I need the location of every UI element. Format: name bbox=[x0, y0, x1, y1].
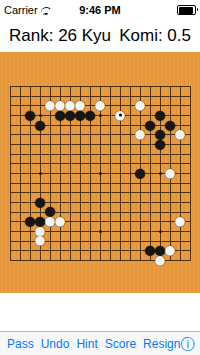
intersection[interactable] bbox=[115, 207, 125, 217]
intersection[interactable] bbox=[95, 245, 105, 255]
intersection[interactable]: ● bbox=[45, 216, 55, 226]
intersection[interactable]: ● bbox=[165, 168, 175, 178]
intersection[interactable] bbox=[5, 110, 15, 120]
intersection[interactable] bbox=[165, 188, 175, 198]
intersection[interactable] bbox=[155, 207, 165, 217]
intersection[interactable] bbox=[25, 197, 35, 207]
intersection[interactable] bbox=[145, 255, 155, 265]
intersection[interactable]: ● bbox=[25, 216, 35, 226]
intersection[interactable] bbox=[185, 255, 195, 265]
intersection[interactable] bbox=[175, 245, 185, 255]
intersection[interactable] bbox=[85, 81, 95, 91]
intersection[interactable] bbox=[105, 81, 115, 91]
intersection[interactable]: ● bbox=[75, 110, 85, 120]
intersection[interactable] bbox=[145, 178, 155, 188]
intersection[interactable] bbox=[105, 110, 115, 120]
intersection[interactable] bbox=[185, 178, 195, 188]
intersection[interactable] bbox=[85, 149, 95, 159]
intersection[interactable] bbox=[165, 226, 175, 236]
intersection[interactable] bbox=[55, 197, 65, 207]
intersection[interactable] bbox=[145, 159, 155, 169]
intersection[interactable] bbox=[125, 255, 135, 265]
intersection[interactable] bbox=[35, 149, 45, 159]
intersection[interactable] bbox=[165, 207, 175, 217]
intersection[interactable] bbox=[95, 110, 105, 120]
intersection[interactable]: ● bbox=[35, 236, 45, 246]
intersection[interactable] bbox=[185, 110, 195, 120]
intersection[interactable] bbox=[115, 255, 125, 265]
intersection[interactable] bbox=[135, 226, 145, 236]
intersection[interactable] bbox=[105, 255, 115, 265]
intersection[interactable] bbox=[125, 245, 135, 255]
intersection[interactable] bbox=[45, 149, 55, 159]
intersection[interactable] bbox=[55, 120, 65, 130]
intersection[interactable] bbox=[95, 255, 105, 265]
intersection[interactable] bbox=[45, 178, 55, 188]
intersection[interactable] bbox=[125, 207, 135, 217]
intersection[interactable] bbox=[135, 149, 145, 159]
intersection[interactable] bbox=[85, 197, 95, 207]
intersection[interactable] bbox=[25, 168, 35, 178]
intersection[interactable] bbox=[105, 130, 115, 140]
intersection[interactable] bbox=[165, 130, 175, 140]
intersection[interactable] bbox=[85, 130, 95, 140]
intersection[interactable] bbox=[115, 245, 125, 255]
intersection[interactable] bbox=[95, 149, 105, 159]
intersection[interactable] bbox=[135, 178, 145, 188]
intersection[interactable] bbox=[165, 149, 175, 159]
intersection[interactable] bbox=[85, 120, 95, 130]
intersection[interactable] bbox=[75, 159, 85, 169]
intersection[interactable] bbox=[45, 236, 55, 246]
intersection[interactable] bbox=[175, 159, 185, 169]
intersection[interactable] bbox=[15, 216, 25, 226]
intersection[interactable] bbox=[105, 188, 115, 198]
intersection[interactable] bbox=[35, 178, 45, 188]
intersection[interactable] bbox=[125, 139, 135, 149]
intersection[interactable] bbox=[145, 216, 155, 226]
intersection[interactable] bbox=[135, 110, 145, 120]
intersection[interactable] bbox=[95, 168, 105, 178]
intersection[interactable]: ● bbox=[35, 120, 45, 130]
intersection[interactable] bbox=[115, 81, 125, 91]
intersection[interactable] bbox=[35, 81, 45, 91]
intersection[interactable]: ● bbox=[155, 139, 165, 149]
intersection[interactable] bbox=[15, 81, 25, 91]
intersection[interactable] bbox=[75, 236, 85, 246]
intersection[interactable] bbox=[85, 168, 95, 178]
intersection[interactable] bbox=[85, 236, 95, 246]
intersection[interactable] bbox=[165, 101, 175, 111]
intersection[interactable] bbox=[45, 81, 55, 91]
intersection[interactable]: ● bbox=[175, 216, 185, 226]
intersection[interactable] bbox=[115, 130, 125, 140]
intersection[interactable]: ● bbox=[85, 110, 95, 120]
intersection[interactable] bbox=[105, 245, 115, 255]
intersection[interactable] bbox=[115, 149, 125, 159]
intersection[interactable] bbox=[165, 139, 175, 149]
intersection[interactable] bbox=[175, 101, 185, 111]
intersection[interactable] bbox=[35, 130, 45, 140]
intersection[interactable] bbox=[105, 236, 115, 246]
intersection[interactable] bbox=[5, 245, 15, 255]
intersection[interactable] bbox=[35, 159, 45, 169]
intersection[interactable] bbox=[155, 178, 165, 188]
intersection[interactable]: ● bbox=[165, 245, 175, 255]
intersection[interactable] bbox=[145, 197, 155, 207]
intersection[interactable] bbox=[95, 207, 105, 217]
intersection[interactable] bbox=[35, 101, 45, 111]
intersection[interactable] bbox=[15, 245, 25, 255]
intersection[interactable] bbox=[65, 81, 75, 91]
intersection[interactable] bbox=[155, 197, 165, 207]
intersection[interactable] bbox=[95, 120, 105, 130]
intersection[interactable] bbox=[115, 139, 125, 149]
intersection[interactable]: ● bbox=[135, 168, 145, 178]
intersection[interactable] bbox=[25, 188, 35, 198]
intersection[interactable] bbox=[155, 149, 165, 159]
intersection[interactable] bbox=[5, 130, 15, 140]
intersection[interactable] bbox=[45, 188, 55, 198]
intersection[interactable] bbox=[25, 91, 35, 101]
intersection[interactable] bbox=[125, 130, 135, 140]
intersection[interactable] bbox=[85, 178, 95, 188]
intersection[interactable] bbox=[185, 188, 195, 198]
intersection[interactable] bbox=[65, 255, 75, 265]
intersection[interactable] bbox=[85, 91, 95, 101]
intersection[interactable] bbox=[75, 139, 85, 149]
intersection[interactable] bbox=[45, 130, 55, 140]
intersection[interactable] bbox=[35, 91, 45, 101]
intersection[interactable] bbox=[45, 120, 55, 130]
intersection[interactable] bbox=[15, 207, 25, 217]
intersection[interactable] bbox=[5, 81, 15, 91]
intersection[interactable] bbox=[65, 216, 75, 226]
intersection[interactable]: ● bbox=[55, 216, 65, 226]
intersection[interactable] bbox=[185, 226, 195, 236]
intersection[interactable] bbox=[55, 255, 65, 265]
intersection[interactable]: ● bbox=[25, 110, 35, 120]
intersection[interactable] bbox=[15, 197, 25, 207]
intersection[interactable] bbox=[185, 81, 195, 91]
intersection[interactable] bbox=[155, 168, 165, 178]
intersection[interactable] bbox=[95, 188, 105, 198]
intersection[interactable] bbox=[125, 188, 135, 198]
intersection[interactable] bbox=[75, 149, 85, 159]
intersection[interactable] bbox=[135, 139, 145, 149]
intersection[interactable] bbox=[185, 149, 195, 159]
intersection[interactable] bbox=[25, 178, 35, 188]
intersection[interactable] bbox=[185, 101, 195, 111]
intersection[interactable] bbox=[105, 216, 115, 226]
intersection[interactable] bbox=[135, 216, 145, 226]
intersection[interactable] bbox=[185, 197, 195, 207]
intersection[interactable] bbox=[15, 101, 25, 111]
intersection[interactable]: ● bbox=[95, 101, 105, 111]
intersection[interactable] bbox=[115, 178, 125, 188]
intersection[interactable] bbox=[65, 236, 75, 246]
intersection[interactable] bbox=[125, 226, 135, 236]
intersection[interactable] bbox=[35, 245, 45, 255]
intersection[interactable] bbox=[175, 255, 185, 265]
intersection[interactable] bbox=[15, 226, 25, 236]
intersection[interactable] bbox=[145, 149, 155, 159]
intersection[interactable] bbox=[45, 159, 55, 169]
intersection[interactable] bbox=[75, 197, 85, 207]
intersection[interactable] bbox=[185, 159, 195, 169]
intersection[interactable] bbox=[95, 216, 105, 226]
intersection[interactable] bbox=[35, 255, 45, 265]
intersection[interactable] bbox=[125, 197, 135, 207]
intersection[interactable] bbox=[105, 178, 115, 188]
intersection[interactable] bbox=[75, 168, 85, 178]
intersection[interactable] bbox=[135, 255, 145, 265]
intersection[interactable]: ● bbox=[165, 120, 175, 130]
intersection[interactable] bbox=[185, 168, 195, 178]
intersection[interactable] bbox=[155, 216, 165, 226]
go-board[interactable]: ●●●●●●●●●●●●●●●●●●●●●●●●●●●●●●●●●●● bbox=[0, 52, 200, 293]
intersection[interactable] bbox=[155, 159, 165, 169]
intersection[interactable] bbox=[105, 197, 115, 207]
intersection[interactable] bbox=[125, 149, 135, 159]
intersection[interactable] bbox=[185, 139, 195, 149]
score-button[interactable]: Score bbox=[105, 337, 136, 351]
intersection[interactable] bbox=[175, 110, 185, 120]
intersection[interactable] bbox=[5, 149, 15, 159]
intersection[interactable] bbox=[105, 207, 115, 217]
intersection[interactable] bbox=[5, 207, 15, 217]
intersection[interactable] bbox=[45, 139, 55, 149]
intersection[interactable] bbox=[15, 236, 25, 246]
intersection[interactable] bbox=[5, 178, 15, 188]
intersection[interactable] bbox=[165, 255, 175, 265]
intersection[interactable]: ● bbox=[145, 120, 155, 130]
intersection[interactable] bbox=[175, 139, 185, 149]
intersection[interactable] bbox=[45, 168, 55, 178]
intersection[interactable] bbox=[75, 226, 85, 236]
intersection[interactable] bbox=[65, 197, 75, 207]
intersection[interactable] bbox=[25, 245, 35, 255]
intersection[interactable] bbox=[145, 101, 155, 111]
intersection[interactable] bbox=[5, 101, 15, 111]
intersection[interactable] bbox=[65, 245, 75, 255]
intersection[interactable] bbox=[55, 159, 65, 169]
intersection[interactable] bbox=[105, 149, 115, 159]
intersection[interactable] bbox=[175, 149, 185, 159]
intersection[interactable]: ● bbox=[135, 101, 145, 111]
intersection[interactable] bbox=[65, 130, 75, 140]
intersection[interactable] bbox=[165, 197, 175, 207]
intersection[interactable] bbox=[15, 178, 25, 188]
intersection[interactable] bbox=[15, 91, 25, 101]
intersection[interactable] bbox=[55, 168, 65, 178]
intersection[interactable] bbox=[15, 255, 25, 265]
intersection[interactable] bbox=[145, 207, 155, 217]
intersection[interactable] bbox=[85, 159, 95, 169]
intersection[interactable] bbox=[185, 216, 195, 226]
intersection[interactable] bbox=[175, 178, 185, 188]
intersection[interactable] bbox=[115, 188, 125, 198]
intersection[interactable] bbox=[85, 255, 95, 265]
intersection[interactable]: ● bbox=[35, 197, 45, 207]
intersection[interactable] bbox=[135, 245, 145, 255]
intersection[interactable] bbox=[115, 168, 125, 178]
intersection[interactable] bbox=[185, 207, 195, 217]
intersection[interactable]: ● bbox=[45, 101, 55, 111]
intersection[interactable] bbox=[5, 91, 15, 101]
intersection[interactable] bbox=[75, 130, 85, 140]
intersection[interactable] bbox=[95, 236, 105, 246]
intersection[interactable] bbox=[5, 226, 15, 236]
intersection[interactable] bbox=[5, 168, 15, 178]
intersection[interactable] bbox=[35, 168, 45, 178]
intersection[interactable] bbox=[105, 120, 115, 130]
intersection[interactable] bbox=[175, 236, 185, 246]
intersection[interactable] bbox=[75, 245, 85, 255]
intersection[interactable] bbox=[75, 188, 85, 198]
intersection[interactable] bbox=[105, 226, 115, 236]
intersection[interactable] bbox=[45, 255, 55, 265]
intersection[interactable] bbox=[115, 91, 125, 101]
intersection[interactable] bbox=[185, 236, 195, 246]
intersection[interactable] bbox=[65, 226, 75, 236]
intersection[interactable] bbox=[115, 226, 125, 236]
intersection[interactable] bbox=[125, 81, 135, 91]
intersection[interactable] bbox=[25, 81, 35, 91]
intersection[interactable] bbox=[115, 159, 125, 169]
intersection[interactable] bbox=[105, 139, 115, 149]
intersection[interactable] bbox=[25, 236, 35, 246]
intersection[interactable] bbox=[55, 245, 65, 255]
intersection[interactable] bbox=[25, 226, 35, 236]
info-button[interactable]: ⓘ bbox=[180, 337, 200, 351]
intersection[interactable] bbox=[155, 91, 165, 101]
intersection[interactable] bbox=[65, 188, 75, 198]
intersection[interactable] bbox=[165, 91, 175, 101]
intersection[interactable] bbox=[5, 255, 15, 265]
intersection[interactable] bbox=[105, 168, 115, 178]
intersection[interactable] bbox=[135, 81, 145, 91]
intersection[interactable] bbox=[105, 159, 115, 169]
intersection[interactable] bbox=[55, 178, 65, 188]
intersection[interactable] bbox=[65, 139, 75, 149]
intersection[interactable] bbox=[5, 139, 15, 149]
intersection[interactable] bbox=[65, 168, 75, 178]
undo-button[interactable]: Undo bbox=[41, 337, 70, 351]
intersection[interactable] bbox=[155, 81, 165, 91]
intersection[interactable] bbox=[115, 120, 125, 130]
intersection[interactable] bbox=[25, 139, 35, 149]
intersection[interactable] bbox=[25, 120, 35, 130]
intersection[interactable] bbox=[75, 207, 85, 217]
intersection[interactable] bbox=[65, 159, 75, 169]
intersection[interactable]: ● bbox=[65, 110, 75, 120]
intersection[interactable] bbox=[45, 226, 55, 236]
intersection[interactable] bbox=[75, 216, 85, 226]
intersection[interactable] bbox=[85, 207, 95, 217]
intersection[interactable] bbox=[65, 120, 75, 130]
pass-button[interactable]: Pass bbox=[7, 337, 34, 351]
intersection[interactable] bbox=[5, 120, 15, 130]
intersection[interactable] bbox=[85, 226, 95, 236]
intersection[interactable] bbox=[125, 168, 135, 178]
intersection[interactable] bbox=[25, 159, 35, 169]
intersection[interactable] bbox=[145, 81, 155, 91]
intersection[interactable] bbox=[15, 139, 25, 149]
intersection[interactable] bbox=[5, 216, 15, 226]
intersection[interactable] bbox=[15, 130, 25, 140]
intersection[interactable] bbox=[55, 236, 65, 246]
intersection[interactable] bbox=[125, 110, 135, 120]
intersection[interactable] bbox=[135, 236, 145, 246]
intersection[interactable] bbox=[65, 178, 75, 188]
intersection[interactable] bbox=[15, 159, 25, 169]
intersection[interactable] bbox=[65, 207, 75, 217]
intersection[interactable] bbox=[155, 226, 165, 236]
intersection[interactable] bbox=[45, 110, 55, 120]
intersection[interactable] bbox=[185, 245, 195, 255]
intersection[interactable] bbox=[55, 139, 65, 149]
intersection[interactable] bbox=[175, 197, 185, 207]
intersection[interactable] bbox=[25, 149, 35, 159]
intersection[interactable] bbox=[75, 81, 85, 91]
intersection[interactable] bbox=[125, 120, 135, 130]
intersection[interactable] bbox=[55, 81, 65, 91]
intersection[interactable] bbox=[25, 255, 35, 265]
intersection[interactable] bbox=[135, 188, 145, 198]
resign-button[interactable]: Resign bbox=[143, 337, 180, 351]
intersection[interactable] bbox=[125, 91, 135, 101]
intersection[interactable]: ● bbox=[135, 130, 145, 140]
intersection[interactable] bbox=[185, 120, 195, 130]
intersection[interactable] bbox=[145, 139, 155, 149]
intersection[interactable] bbox=[95, 197, 105, 207]
intersection[interactable] bbox=[145, 168, 155, 178]
intersection[interactable] bbox=[165, 178, 175, 188]
intersection[interactable] bbox=[115, 216, 125, 226]
intersection[interactable] bbox=[95, 178, 105, 188]
intersection[interactable]: ● bbox=[145, 245, 155, 255]
intersection[interactable] bbox=[15, 120, 25, 130]
intersection[interactable] bbox=[175, 81, 185, 91]
intersection[interactable] bbox=[5, 197, 15, 207]
intersection[interactable] bbox=[95, 81, 105, 91]
intersection[interactable] bbox=[165, 81, 175, 91]
intersection[interactable]: ● bbox=[55, 110, 65, 120]
intersection[interactable] bbox=[175, 188, 185, 198]
intersection[interactable]: ● bbox=[115, 110, 125, 120]
intersection[interactable] bbox=[155, 188, 165, 198]
intersection[interactable] bbox=[135, 197, 145, 207]
intersection[interactable] bbox=[65, 149, 75, 159]
intersection[interactable] bbox=[125, 178, 135, 188]
intersection[interactable] bbox=[35, 139, 45, 149]
intersection[interactable] bbox=[165, 216, 175, 226]
intersection[interactable] bbox=[125, 101, 135, 111]
intersection[interactable]: ● bbox=[155, 255, 165, 265]
intersection[interactable] bbox=[95, 139, 105, 149]
intersection[interactable]: ● bbox=[175, 130, 185, 140]
intersection[interactable] bbox=[15, 188, 25, 198]
intersection[interactable] bbox=[95, 226, 105, 236]
intersection[interactable] bbox=[85, 139, 95, 149]
intersection[interactable] bbox=[105, 91, 115, 101]
intersection[interactable] bbox=[95, 130, 105, 140]
intersection[interactable] bbox=[145, 226, 155, 236]
intersection[interactable] bbox=[85, 216, 95, 226]
intersection[interactable] bbox=[75, 120, 85, 130]
intersection[interactable] bbox=[185, 91, 195, 101]
